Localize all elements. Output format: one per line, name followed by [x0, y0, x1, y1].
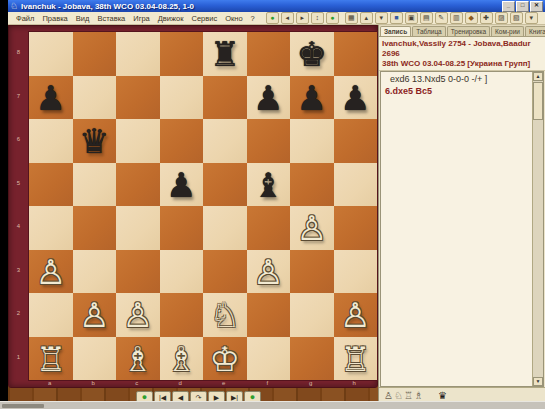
square-g8[interactable]: ♚ — [290, 32, 334, 76]
square-d4[interactable] — [160, 206, 204, 250]
black-king[interactable]: ♚ — [290, 32, 334, 76]
rank-label-4: 4 — [9, 205, 28, 249]
square-f8[interactable] — [247, 32, 291, 76]
menu-Окно[interactable]: Окно — [221, 14, 246, 23]
square-c2[interactable]: ♙ — [116, 293, 160, 337]
flip-board-icon[interactable]: ↕ — [311, 12, 324, 24]
minimize-button[interactable]: _ — [502, 1, 515, 12]
rank-label-3: 3 — [9, 249, 28, 293]
main-area: 87654321 ♜♚♟♟♟♟♛♟♝♙♙♙♙♙♘♙♖♗♗♔♖ abcdefgh … — [8, 25, 545, 402]
rank-label-5: 5 — [9, 162, 28, 206]
square-c3[interactable] — [116, 250, 160, 294]
black-pawn[interactable]: ♟ — [334, 76, 378, 120]
black-pawn[interactable]: ♟ — [160, 163, 204, 207]
square-f7[interactable]: ♟ — [247, 76, 291, 120]
black-bishop[interactable]: ♝ — [247, 163, 291, 207]
square-d7[interactable] — [160, 76, 204, 120]
clipboard-icon[interactable]: ▣ — [405, 12, 418, 24]
file-label-c: c — [115, 380, 159, 386]
square-h2[interactable]: ♙ — [334, 293, 378, 337]
white-material-piece: ♖ — [404, 390, 414, 401]
square-e1[interactable]: ♔ — [203, 337, 247, 381]
menu-items: ФайлПравкаВидВставкаИграДвижокСервисОкно… — [12, 14, 259, 23]
rank-label-2: 2 — [9, 292, 28, 336]
close-button[interactable]: ✕ — [530, 1, 543, 12]
title-bar[interactable]: ♘ Ivanchuk - Jobava, 38th WCO 03.04-08.2… — [8, 0, 545, 12]
square-b6[interactable]: ♛ — [73, 119, 117, 163]
board-setup-icon[interactable]: ▥ — [450, 12, 463, 24]
window-icon: ♘ — [10, 1, 18, 11]
square-f5[interactable]: ♝ — [247, 163, 291, 207]
square-b7[interactable] — [73, 76, 117, 120]
square-e5[interactable] — [203, 163, 247, 207]
square-b4[interactable] — [73, 206, 117, 250]
menu-bar: ФайлПравкаВидВставкаИграДвижокСервисОкно… — [8, 12, 545, 25]
tab-Запись[interactable]: Запись — [380, 26, 411, 36]
white-pawn[interactable]: ♙ — [116, 293, 160, 337]
board-frame: 87654321 ♜♚♟♟♟♟♛♟♝♙♙♙♙♙♘♙♖♗♗♔♖ abcdefgh — [8, 25, 378, 388]
rank-labels: 87654321 — [9, 31, 28, 379]
menu-?[interactable]: ? — [247, 14, 259, 23]
square-g2[interactable] — [290, 293, 334, 337]
square-d2[interactable] — [160, 293, 204, 337]
window-title: Ivanchuk - Jobava, 38th WCO 03.04-08.25,… — [21, 2, 501, 11]
square-e8[interactable]: ♜ — [203, 32, 247, 76]
white-king[interactable]: ♔ — [203, 337, 247, 381]
maximize-button[interactable]: □ — [516, 1, 529, 12]
square-d1[interactable]: ♗ — [160, 337, 204, 381]
square-b2[interactable]: ♙ — [73, 293, 117, 337]
up-icon[interactable]: ▴ — [360, 12, 373, 24]
square-e3[interactable] — [203, 250, 247, 294]
toolbar: ●◂▸↕●▦▴▾■▣▤✎▥◆✚▨▧▾ — [265, 12, 539, 24]
square-g5[interactable] — [290, 163, 334, 207]
game-header: Ivanchuk,Vassily 2754 - Jobava,Baadur 26… — [379, 37, 545, 71]
help-dropdown-icon[interactable]: ▾ — [525, 12, 538, 24]
square-e7[interactable] — [203, 76, 247, 120]
notation-panel: ЗаписьТаблицаТренировкаКом-рииКнига◂▸ Iv… — [378, 25, 545, 402]
square-c8[interactable] — [116, 32, 160, 76]
notation-line[interactable]: exd6 13.Nxd5 0-0-0 -/+ ] — [385, 74, 531, 85]
square-a6[interactable] — [29, 119, 73, 163]
square-a2[interactable] — [29, 293, 73, 337]
square-g4[interactable]: ♙ — [290, 206, 334, 250]
black-pawn[interactable]: ♟ — [247, 76, 291, 120]
menu-Правка[interactable]: Правка — [38, 14, 71, 23]
notation-scrollbar[interactable]: ▲ ▼ — [532, 72, 543, 386]
square-f1[interactable] — [247, 337, 291, 381]
moves-text[interactable]: exd6 13.Nxd5 0-0-0 -/+ ] — [390, 74, 487, 84]
square-c4[interactable] — [116, 206, 160, 250]
file-label-b: b — [72, 380, 116, 386]
engine-stop-icon[interactable]: ● — [326, 12, 339, 24]
takeback-button-icon: ↷ — [196, 394, 202, 401]
scroll-up-icon[interactable]: ▲ — [533, 72, 543, 81]
square-g6[interactable] — [290, 119, 334, 163]
material-balance: ♙♘♖♗ ♛ — [379, 387, 545, 402]
rank-label-6: 6 — [9, 118, 28, 162]
square-g3[interactable] — [290, 250, 334, 294]
white-material-piece: ♙ — [384, 390, 394, 401]
square-a3[interactable]: ♙ — [29, 250, 73, 294]
notation-icon[interactable]: ▤ — [420, 12, 433, 24]
menu-Вид[interactable]: Вид — [72, 14, 94, 23]
tab-Таблица[interactable]: Таблица — [412, 26, 446, 36]
square-h6[interactable] — [334, 119, 378, 163]
white-bishop[interactable]: ♗ — [116, 337, 160, 381]
chess-program-window: ♘ Ivanchuk - Jobava, 38th WCO 03.04-08.2… — [8, 0, 545, 401]
file-label-d: d — [159, 380, 203, 386]
square-e4[interactable] — [203, 206, 247, 250]
square-a8[interactable] — [29, 32, 73, 76]
goto-end-button-icon: ▶| — [231, 394, 238, 401]
square-c7[interactable] — [116, 76, 160, 120]
players-line: Ivanchuk,Vassily 2754 - Jobava,Baadur 26… — [382, 39, 542, 59]
save-icon[interactable]: ■ — [390, 12, 403, 24]
square-f2[interactable] — [247, 293, 291, 337]
square-f6[interactable] — [247, 119, 291, 163]
square-d8[interactable] — [160, 32, 204, 76]
square-f4[interactable] — [247, 206, 291, 250]
database-icon[interactable]: ▨ — [495, 12, 508, 24]
rank-label-1: 1 — [9, 336, 28, 380]
goto-start-button-icon: |◀ — [159, 394, 166, 401]
black-queen[interactable]: ♛ — [73, 119, 117, 163]
event-line: 38th WCO 03.04-08.25 [Украина Групп] — [382, 59, 542, 69]
file-labels: abcdefgh — [28, 380, 376, 386]
square-a1[interactable]: ♖ — [29, 337, 73, 381]
white-pawn[interactable]: ♙ — [73, 293, 117, 337]
file-label-e: e — [202, 380, 246, 386]
square-h5[interactable] — [334, 163, 378, 207]
square-a7[interactable]: ♟ — [29, 76, 73, 120]
board-grid[interactable]: ♜♚♟♟♟♟♛♟♝♙♙♙♙♙♘♙♖♗♗♔♖ — [28, 31, 378, 381]
white-rook[interactable]: ♖ — [29, 337, 73, 381]
square-c1[interactable]: ♗ — [116, 337, 160, 381]
black-pawn[interactable]: ♟ — [29, 76, 73, 120]
file-label-g: g — [289, 380, 333, 386]
white-rook[interactable]: ♖ — [334, 337, 378, 381]
analysis-icon[interactable]: ✚ — [480, 12, 493, 24]
taskbar-text-smudge — [2, 404, 44, 408]
black-rook[interactable]: ♜ — [203, 32, 247, 76]
move-back-icon[interactable]: ◂ — [281, 12, 294, 24]
black-pawn[interactable]: ♟ — [290, 76, 334, 120]
black-extra-material: ♛ — [438, 390, 447, 401]
white-pawn[interactable]: ♙ — [334, 293, 378, 337]
back-button-icon: ◀ — [178, 394, 183, 401]
notation-line[interactable]: 6.dxe5 Bc5 — [385, 86, 531, 388]
file-label-h: h — [333, 380, 377, 386]
panel-tabs: ЗаписьТаблицаТренировкаКом-рииКнига◂▸ — [379, 25, 545, 37]
screen: ♘ Ivanchuk - Jobava, 38th WCO 03.04-08.2… — [0, 0, 545, 409]
square-h8[interactable] — [334, 32, 378, 76]
square-b3[interactable] — [73, 250, 117, 294]
layout-icon[interactable]: ▧ — [510, 12, 523, 24]
menu-Игра[interactable]: Игра — [129, 14, 153, 23]
square-f3[interactable]: ♙ — [247, 250, 291, 294]
rank-label-8: 8 — [9, 31, 28, 75]
white-pawn[interactable]: ♙ — [290, 206, 334, 250]
new-board-icon[interactable]: ▦ — [345, 12, 358, 24]
menu-Вставка[interactable]: Вставка — [93, 14, 129, 23]
down-icon[interactable]: ▾ — [375, 12, 388, 24]
square-b5[interactable] — [73, 163, 117, 207]
training-icon[interactable]: ◆ — [465, 12, 478, 24]
white-extra-material: ♙♘♖♗ — [384, 390, 424, 401]
square-g1[interactable] — [290, 337, 334, 381]
menu-Движок[interactable]: Движок — [154, 14, 188, 23]
square-a4[interactable] — [29, 206, 73, 250]
square-b1[interactable] — [73, 337, 117, 381]
white-material-piece: ♘ — [394, 390, 404, 401]
tab-Книга[interactable]: Книга — [525, 26, 545, 36]
tab-Ком-рии[interactable]: Ком-рии — [491, 26, 524, 36]
move-forward-icon[interactable]: ▸ — [296, 12, 309, 24]
menu-Сервис[interactable]: Сервис — [187, 14, 221, 23]
engine-go-icon[interactable]: ● — [266, 12, 279, 24]
pen-icon[interactable]: ✎ — [435, 12, 448, 24]
white-pawn[interactable]: ♙ — [247, 250, 291, 294]
moves-text[interactable]: 6.dxe5 Bc5 — [385, 86, 432, 388]
notation-text[interactable]: exd6 13.Nxd5 0-0-0 -/+ ]6.dxe5 Bc5[ 6...… — [380, 71, 544, 387]
white-pawn[interactable]: ♙ — [29, 250, 73, 294]
file-label-a: a — [28, 380, 72, 386]
square-e2[interactable]: ♘ — [203, 293, 247, 337]
square-h7[interactable]: ♟ — [334, 76, 378, 120]
white-material-piece: ♗ — [414, 390, 424, 401]
menu-Файл[interactable]: Файл — [12, 14, 38, 23]
scroll-down-icon[interactable]: ▼ — [533, 377, 543, 386]
board-panel: 87654321 ♜♚♟♟♟♟♛♟♝♙♙♙♙♙♘♙♖♗♗♔♖ abcdefgh … — [8, 25, 378, 402]
square-c5[interactable] — [116, 163, 160, 207]
tab-Тренировка[interactable]: Тренировка — [447, 26, 490, 36]
square-e6[interactable] — [203, 119, 247, 163]
square-b8[interactable] — [73, 32, 117, 76]
square-a5[interactable] — [29, 163, 73, 207]
square-g7[interactable]: ♟ — [290, 76, 334, 120]
black-material-piece: ♛ — [438, 390, 447, 401]
scroll-thumb[interactable] — [533, 82, 543, 120]
square-h3[interactable] — [334, 250, 378, 294]
square-d3[interactable] — [160, 250, 204, 294]
rank-label-7: 7 — [9, 75, 28, 119]
file-label-f: f — [246, 380, 290, 386]
square-h1[interactable]: ♖ — [334, 337, 378, 381]
taskbar[interactable] — [0, 401, 545, 409]
square-d5[interactable]: ♟ — [160, 163, 204, 207]
square-c6[interactable] — [116, 119, 160, 163]
square-d6[interactable] — [160, 119, 204, 163]
square-h4[interactable] — [334, 206, 378, 250]
white-bishop[interactable]: ♗ — [160, 337, 204, 381]
white-knight[interactable]: ♘ — [203, 293, 247, 337]
forward-button-icon: ▶ — [214, 394, 219, 401]
